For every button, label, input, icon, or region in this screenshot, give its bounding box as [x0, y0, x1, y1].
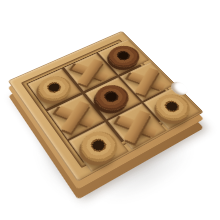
product-photo-scene: [0, 0, 220, 220]
